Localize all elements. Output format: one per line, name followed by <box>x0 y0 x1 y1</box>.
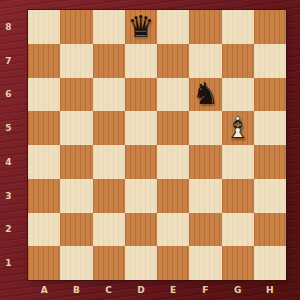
rank-label-3: 3 <box>0 179 17 213</box>
square-a7[interactable] <box>28 44 60 78</box>
rank-label-8: 8 <box>0 10 17 44</box>
knight-glyph: ♞ <box>189 78 221 112</box>
square-e8[interactable] <box>157 10 189 44</box>
square-a3[interactable] <box>28 179 60 213</box>
square-b1[interactable] <box>60 246 92 280</box>
square-a4[interactable] <box>28 145 60 179</box>
square-a1[interactable] <box>28 246 60 280</box>
square-h2[interactable] <box>254 213 286 247</box>
square-d3[interactable] <box>125 179 157 213</box>
square-f5[interactable] <box>189 111 221 145</box>
square-a8[interactable] <box>28 10 60 44</box>
rank-label-6: 6 <box>0 78 17 112</box>
square-f4[interactable] <box>189 145 221 179</box>
file-label-b: B <box>60 280 92 299</box>
square-g1[interactable] <box>222 246 254 280</box>
square-e7[interactable] <box>157 44 189 78</box>
square-h3[interactable] <box>254 179 286 213</box>
bishop-outline-glyph: ♗ <box>222 111 254 145</box>
square-d1[interactable] <box>125 246 157 280</box>
square-g2[interactable] <box>222 213 254 247</box>
square-b6[interactable] <box>60 78 92 112</box>
file-labels: A B C D E F G H <box>28 280 286 299</box>
square-c7[interactable] <box>93 44 125 78</box>
file-label-d: D <box>125 280 157 299</box>
square-c2[interactable] <box>93 213 125 247</box>
square-d7[interactable] <box>125 44 157 78</box>
rank-label-5: 5 <box>0 111 17 145</box>
square-b7[interactable] <box>60 44 92 78</box>
queen-glyph: ♛ <box>125 10 157 44</box>
file-label-h: H <box>254 280 286 299</box>
square-b8[interactable] <box>60 10 92 44</box>
square-g7[interactable] <box>222 44 254 78</box>
file-label-f: F <box>189 280 221 299</box>
square-d5[interactable] <box>125 111 157 145</box>
square-d2[interactable] <box>125 213 157 247</box>
rank-label-7: 7 <box>0 44 17 78</box>
square-a5[interactable] <box>28 111 60 145</box>
black-queen-piece[interactable]: ♛ <box>125 10 157 44</box>
square-c8[interactable] <box>93 10 125 44</box>
square-e1[interactable] <box>157 246 189 280</box>
square-e4[interactable] <box>157 145 189 179</box>
board-squares: ♛♞♝♗ <box>28 10 286 280</box>
square-g4[interactable] <box>222 145 254 179</box>
black-knight-piece[interactable]: ♞ <box>189 78 221 112</box>
square-h5[interactable] <box>254 111 286 145</box>
square-g3[interactable] <box>222 179 254 213</box>
square-c6[interactable] <box>93 78 125 112</box>
square-f2[interactable] <box>189 213 221 247</box>
square-b4[interactable] <box>60 145 92 179</box>
square-e3[interactable] <box>157 179 189 213</box>
square-e5[interactable] <box>157 111 189 145</box>
square-f3[interactable] <box>189 179 221 213</box>
square-b2[interactable] <box>60 213 92 247</box>
square-f1[interactable] <box>189 246 221 280</box>
square-f7[interactable] <box>189 44 221 78</box>
square-e2[interactable] <box>157 213 189 247</box>
square-c1[interactable] <box>93 246 125 280</box>
file-label-e: E <box>157 280 189 299</box>
square-c3[interactable] <box>93 179 125 213</box>
rank-label-2: 2 <box>0 213 17 247</box>
rank-label-4: 4 <box>0 145 17 179</box>
square-b5[interactable] <box>60 111 92 145</box>
file-label-g: G <box>222 280 254 299</box>
square-a6[interactable] <box>28 78 60 112</box>
square-f6[interactable]: ♞ <box>189 78 221 112</box>
square-g8[interactable] <box>222 10 254 44</box>
square-h1[interactable] <box>254 246 286 280</box>
square-f8[interactable] <box>189 10 221 44</box>
chess-board: 8 7 6 5 4 3 2 1 ♛♞♝♗ A B C D E F G H <box>0 0 300 300</box>
square-h7[interactable] <box>254 44 286 78</box>
square-d6[interactable] <box>125 78 157 112</box>
file-label-a: A <box>28 280 60 299</box>
square-e6[interactable] <box>157 78 189 112</box>
file-label-c: C <box>93 280 125 299</box>
square-c5[interactable] <box>93 111 125 145</box>
white-bishop-piece[interactable]: ♝♗ <box>222 111 254 145</box>
square-d4[interactable] <box>125 145 157 179</box>
rank-labels: 8 7 6 5 4 3 2 1 <box>0 10 17 280</box>
square-a2[interactable] <box>28 213 60 247</box>
rank-label-1: 1 <box>0 246 17 280</box>
square-h6[interactable] <box>254 78 286 112</box>
square-h4[interactable] <box>254 145 286 179</box>
square-g5[interactable]: ♝♗ <box>222 111 254 145</box>
square-c4[interactable] <box>93 145 125 179</box>
square-b3[interactable] <box>60 179 92 213</box>
square-d8[interactable]: ♛ <box>125 10 157 44</box>
square-g6[interactable] <box>222 78 254 112</box>
square-h8[interactable] <box>254 10 286 44</box>
